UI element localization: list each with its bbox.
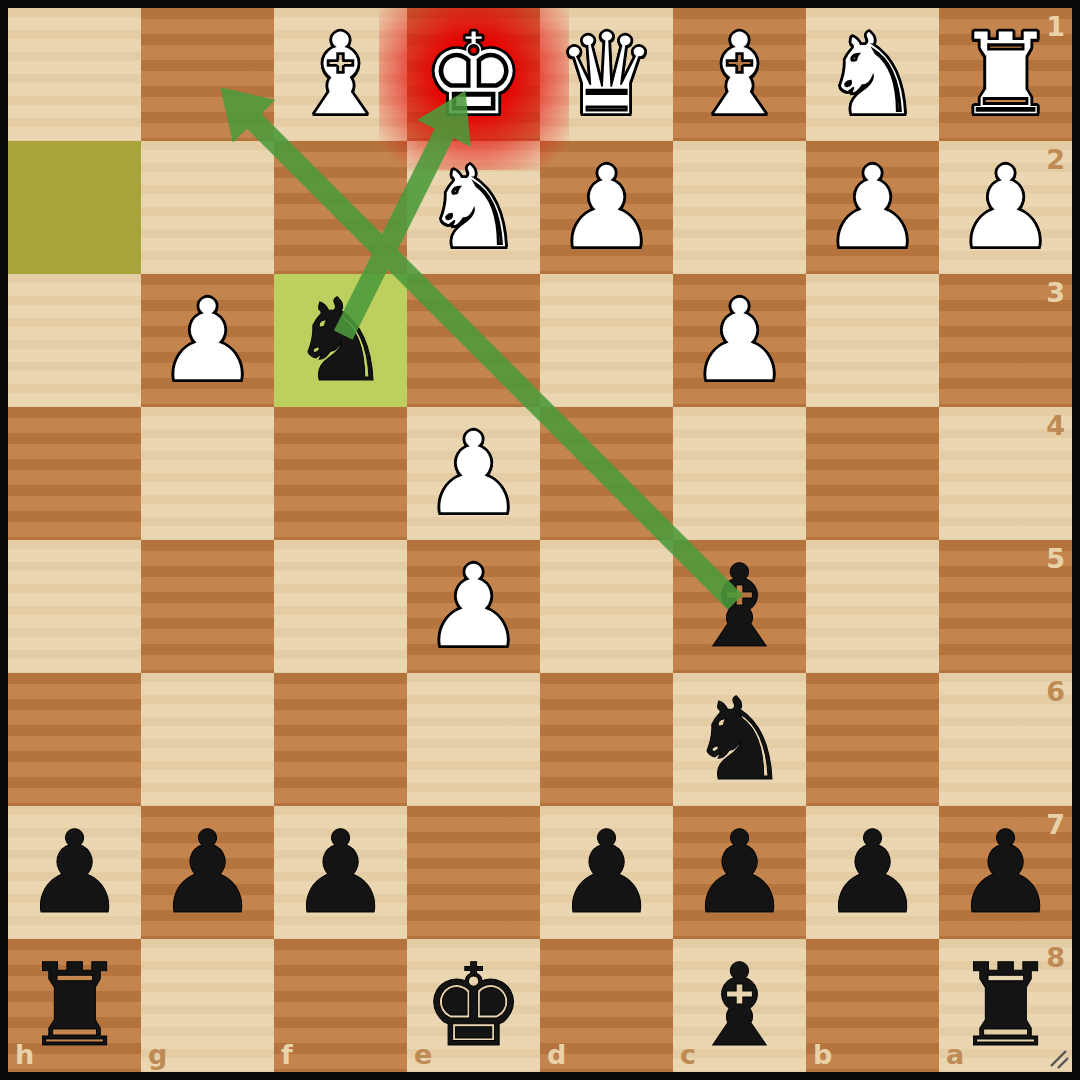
square-e7[interactable] <box>407 806 540 939</box>
piece-black-bishop[interactable]: ♝ <box>688 949 790 1063</box>
square-b3[interactable] <box>806 274 939 407</box>
piece-white-pawn[interactable]: ♟ <box>422 550 524 664</box>
square-h1[interactable] <box>8 8 141 141</box>
square-c3[interactable]: ♟ <box>673 274 806 407</box>
piece-black-knight[interactable]: ♞ <box>289 284 391 398</box>
square-d5[interactable] <box>540 540 673 673</box>
square-d6[interactable] <box>540 673 673 806</box>
square-e1[interactable]: ♚ <box>407 8 540 141</box>
piece-white-pawn[interactable]: ♟ <box>688 284 790 398</box>
square-g3[interactable]: ♟ <box>141 274 274 407</box>
square-d2[interactable]: ♟ <box>540 141 673 274</box>
board-resize-handle[interactable] <box>1049 1049 1069 1069</box>
piece-black-pawn[interactable]: ♟ <box>156 816 258 930</box>
chess-board: ♝♚♛♝♞1♜♞♟♟2♟♟♞♟3♟4♟♝5♞6♟♟♟♟♟♟7♟h♜gfe♚dc♝… <box>8 8 1072 1072</box>
file-label-g: g <box>148 1039 167 1070</box>
square-f6[interactable] <box>274 673 407 806</box>
square-c1[interactable]: ♝ <box>673 8 806 141</box>
piece-black-pawn[interactable]: ♟ <box>688 816 790 930</box>
square-h7[interactable]: ♟ <box>8 806 141 939</box>
piece-black-pawn[interactable]: ♟ <box>954 816 1056 930</box>
square-f4[interactable] <box>274 407 407 540</box>
piece-black-pawn[interactable]: ♟ <box>23 816 125 930</box>
square-b7[interactable]: ♟ <box>806 806 939 939</box>
square-d3[interactable] <box>540 274 673 407</box>
piece-white-king[interactable]: ♚ <box>422 18 524 132</box>
square-b4[interactable] <box>806 407 939 540</box>
rank-label-4: 4 <box>1046 410 1065 441</box>
square-f8[interactable]: f <box>274 939 407 1072</box>
square-c4[interactable] <box>673 407 806 540</box>
square-f2[interactable] <box>274 141 407 274</box>
square-g5[interactable] <box>141 540 274 673</box>
square-e4[interactable]: ♟ <box>407 407 540 540</box>
piece-white-bishop[interactable]: ♝ <box>289 18 391 132</box>
piece-black-pawn[interactable]: ♟ <box>821 816 923 930</box>
square-b8[interactable]: b <box>806 939 939 1072</box>
square-a4[interactable]: 4 <box>939 407 1072 540</box>
square-g2[interactable] <box>141 141 274 274</box>
piece-white-knight[interactable]: ♞ <box>422 151 524 265</box>
square-g6[interactable] <box>141 673 274 806</box>
piece-white-bishop[interactable]: ♝ <box>688 18 790 132</box>
square-d1[interactable]: ♛ <box>540 8 673 141</box>
square-b6[interactable] <box>806 673 939 806</box>
piece-white-pawn[interactable]: ♟ <box>821 151 923 265</box>
square-b5[interactable] <box>806 540 939 673</box>
square-c7[interactable]: ♟ <box>673 806 806 939</box>
square-e6[interactable] <box>407 673 540 806</box>
square-f7[interactable]: ♟ <box>274 806 407 939</box>
piece-white-queen[interactable]: ♛ <box>555 18 657 132</box>
square-e3[interactable] <box>407 274 540 407</box>
square-f3[interactable]: ♞ <box>274 274 407 407</box>
square-f1[interactable]: ♝ <box>274 8 407 141</box>
square-e8[interactable]: e♚ <box>407 939 540 1072</box>
square-h3[interactable] <box>8 274 141 407</box>
piece-black-bishop[interactable]: ♝ <box>688 550 790 664</box>
file-label-b: b <box>813 1039 832 1070</box>
piece-white-pawn[interactable]: ♟ <box>555 151 657 265</box>
square-b1[interactable]: ♞ <box>806 8 939 141</box>
square-h4[interactable] <box>8 407 141 540</box>
rank-label-3: 3 <box>1046 277 1065 308</box>
square-g7[interactable]: ♟ <box>141 806 274 939</box>
square-a2[interactable]: 2♟ <box>939 141 1072 274</box>
square-c6[interactable]: ♞ <box>673 673 806 806</box>
square-a3[interactable]: 3 <box>939 274 1072 407</box>
piece-black-knight[interactable]: ♞ <box>688 683 790 797</box>
square-d4[interactable] <box>540 407 673 540</box>
square-h2[interactable] <box>8 141 141 274</box>
square-a7[interactable]: 7♟ <box>939 806 1072 939</box>
square-d8[interactable]: d <box>540 939 673 1072</box>
square-a6[interactable]: 6 <box>939 673 1072 806</box>
file-label-f: f <box>281 1039 293 1070</box>
square-e5[interactable]: ♟ <box>407 540 540 673</box>
square-d7[interactable]: ♟ <box>540 806 673 939</box>
rank-label-5: 5 <box>1046 543 1065 574</box>
square-e2[interactable]: ♞ <box>407 141 540 274</box>
square-b2[interactable]: ♟ <box>806 141 939 274</box>
square-a1[interactable]: 1♜ <box>939 8 1072 141</box>
square-g1[interactable] <box>141 8 274 141</box>
piece-black-king[interactable]: ♚ <box>422 949 524 1063</box>
piece-black-rook[interactable]: ♜ <box>954 949 1056 1063</box>
square-c5[interactable]: ♝ <box>673 540 806 673</box>
square-a5[interactable]: 5 <box>939 540 1072 673</box>
rank-label-6: 6 <box>1046 676 1065 707</box>
piece-black-rook[interactable]: ♜ <box>23 949 125 1063</box>
square-g8[interactable]: g <box>141 939 274 1072</box>
piece-white-rook[interactable]: ♜ <box>954 18 1056 132</box>
square-f5[interactable] <box>274 540 407 673</box>
square-c2[interactable] <box>673 141 806 274</box>
square-h6[interactable] <box>8 673 141 806</box>
square-h5[interactable] <box>8 540 141 673</box>
piece-black-pawn[interactable]: ♟ <box>289 816 391 930</box>
piece-white-knight[interactable]: ♞ <box>821 18 923 132</box>
piece-black-pawn[interactable]: ♟ <box>555 816 657 930</box>
square-g4[interactable] <box>141 407 274 540</box>
file-label-d: d <box>547 1039 566 1070</box>
piece-white-pawn[interactable]: ♟ <box>954 151 1056 265</box>
square-c8[interactable]: c♝ <box>673 939 806 1072</box>
square-h8[interactable]: h♜ <box>8 939 141 1072</box>
board-frame: ♝♚♛♝♞1♜♞♟♟2♟♟♞♟3♟4♟♝5♞6♟♟♟♟♟♟7♟h♜gfe♚dc♝… <box>0 0 1080 1080</box>
piece-white-pawn[interactable]: ♟ <box>156 284 258 398</box>
piece-white-pawn[interactable]: ♟ <box>422 417 524 531</box>
